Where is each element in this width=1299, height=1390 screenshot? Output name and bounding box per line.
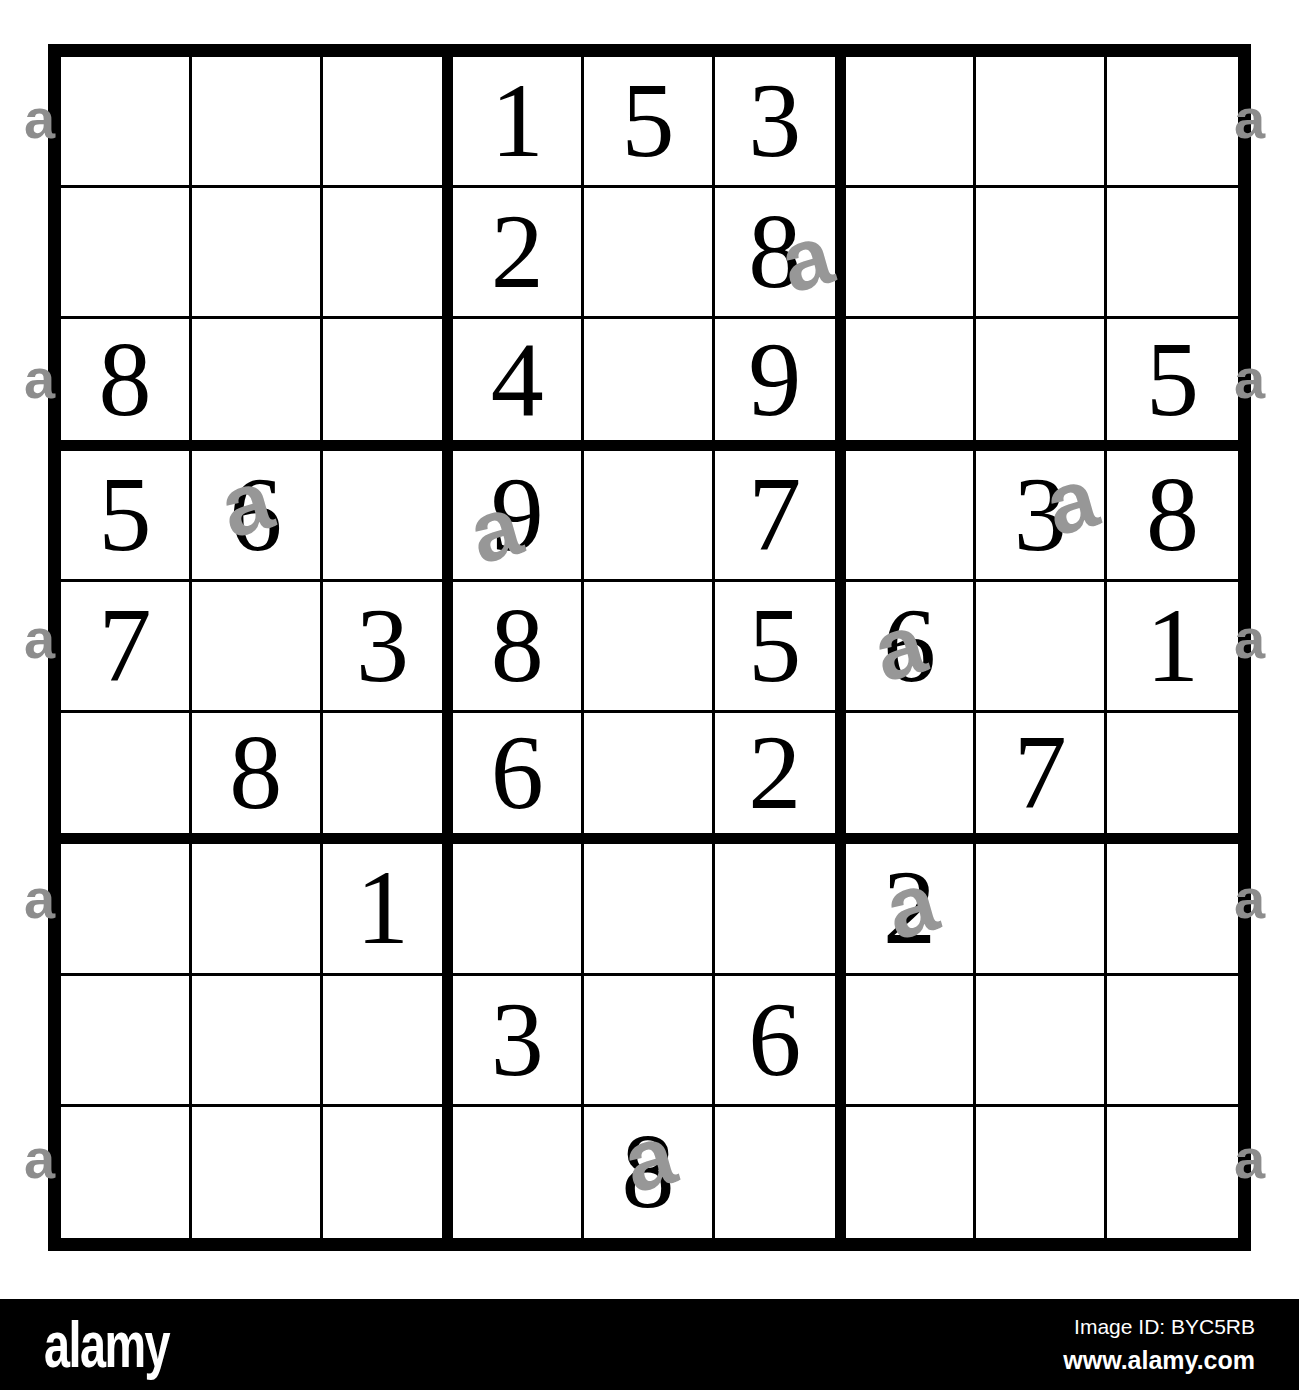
cell-r3c2 — [192, 319, 323, 450]
cell-r4c1: 5 — [61, 451, 192, 582]
cell-r2c5 — [584, 188, 715, 319]
cell-r5c9: 1 — [1107, 582, 1238, 713]
cell-r7c5 — [584, 844, 715, 975]
footer-credits: Image ID: BYC5RB www.alamy.com — [1063, 1315, 1255, 1375]
cell-r6c6: 2 — [715, 713, 846, 844]
cell-r3c4: 4 — [453, 319, 584, 450]
cell-r5c2 — [192, 582, 323, 713]
cell-r8c9 — [1107, 976, 1238, 1107]
cell-r9c4 — [453, 1107, 584, 1238]
cell-r8c2 — [192, 976, 323, 1107]
cell-r1c2 — [192, 57, 323, 188]
cell-r1c5: 5 — [584, 57, 715, 188]
cell-r7c2 — [192, 844, 323, 975]
cell-r5c4: 8 — [453, 582, 584, 713]
cell-r2c9 — [1107, 188, 1238, 319]
cell-r6c3 — [323, 713, 454, 844]
cell-r5c6: 5 — [715, 582, 846, 713]
cell-r9c8 — [976, 1107, 1107, 1238]
cell-r8c4: 3 — [453, 976, 584, 1107]
cell-r4c2: 6 — [192, 451, 323, 582]
cell-r5c1: 7 — [61, 582, 192, 713]
footer-bar: alamy Image ID: BYC5RB www.alamy.com — [0, 1299, 1299, 1390]
cell-r8c3 — [323, 976, 454, 1107]
cell-r7c3: 1 — [323, 844, 454, 975]
cell-r7c9 — [1107, 844, 1238, 975]
cell-r5c7: 6 — [846, 582, 977, 713]
cell-r9c5: 8 — [584, 1107, 715, 1238]
cell-r1c8 — [976, 57, 1107, 188]
cell-r3c9: 5 — [1107, 319, 1238, 450]
cell-r8c1 — [61, 976, 192, 1107]
cell-r2c3 — [323, 188, 454, 319]
sudoku-stock-photo: 153288495569738738561862712368 aaaaaaaaa… — [0, 0, 1299, 1390]
cell-r6c8: 7 — [976, 713, 1107, 844]
cell-r1c7 — [846, 57, 977, 188]
site-url-text: www.alamy.com — [1063, 1346, 1255, 1375]
cell-r3c6: 9 — [715, 319, 846, 450]
cell-r7c1 — [61, 844, 192, 975]
cell-r4c6: 7 — [715, 451, 846, 582]
cell-r6c9 — [1107, 713, 1238, 844]
cell-r1c3 — [323, 57, 454, 188]
cell-r9c7 — [846, 1107, 977, 1238]
cell-r3c8 — [976, 319, 1107, 450]
sudoku-board: 153288495569738738561862712368 — [48, 44, 1251, 1251]
cell-r4c3 — [323, 451, 454, 582]
cell-r2c8 — [976, 188, 1107, 319]
cell-r8c7 — [846, 976, 977, 1107]
cell-r3c7 — [846, 319, 977, 450]
cell-r7c8 — [976, 844, 1107, 975]
cell-r7c7: 2 — [846, 844, 977, 975]
cell-r8c8 — [976, 976, 1107, 1107]
cell-r9c6 — [715, 1107, 846, 1238]
cell-r2c4: 2 — [453, 188, 584, 319]
cell-r2c7 — [846, 188, 977, 319]
cell-r8c5 — [584, 976, 715, 1107]
cell-r9c9 — [1107, 1107, 1238, 1238]
cell-r2c2 — [192, 188, 323, 319]
cell-r1c1 — [61, 57, 192, 188]
cell-r8c6: 6 — [715, 976, 846, 1107]
cell-r4c5 — [584, 451, 715, 582]
cell-r2c6: 8 — [715, 188, 846, 319]
cell-r5c3: 3 — [323, 582, 454, 713]
cell-r7c4 — [453, 844, 584, 975]
image-id-text: Image ID: BYC5RB — [1074, 1315, 1255, 1339]
cell-r1c6: 3 — [715, 57, 846, 188]
cell-r3c3 — [323, 319, 454, 450]
cell-r6c1 — [61, 713, 192, 844]
cell-r4c4: 9 — [453, 451, 584, 582]
cell-r4c9: 8 — [1107, 451, 1238, 582]
cell-r9c1 — [61, 1107, 192, 1238]
cell-r5c5 — [584, 582, 715, 713]
cell-r9c2 — [192, 1107, 323, 1238]
cell-r7c6 — [715, 844, 846, 975]
alamy-logo: alamy — [44, 1312, 169, 1377]
cell-r3c1: 8 — [61, 319, 192, 450]
cell-r2c1 — [61, 188, 192, 319]
cell-r1c9 — [1107, 57, 1238, 188]
cell-r5c8 — [976, 582, 1107, 713]
cell-r4c7 — [846, 451, 977, 582]
cell-r4c8: 3 — [976, 451, 1107, 582]
cell-r6c5 — [584, 713, 715, 844]
cell-r1c4: 1 — [453, 57, 584, 188]
cell-r3c5 — [584, 319, 715, 450]
cell-r6c7 — [846, 713, 977, 844]
cell-r6c4: 6 — [453, 713, 584, 844]
cell-r9c3 — [323, 1107, 454, 1238]
cell-r6c2: 8 — [192, 713, 323, 844]
